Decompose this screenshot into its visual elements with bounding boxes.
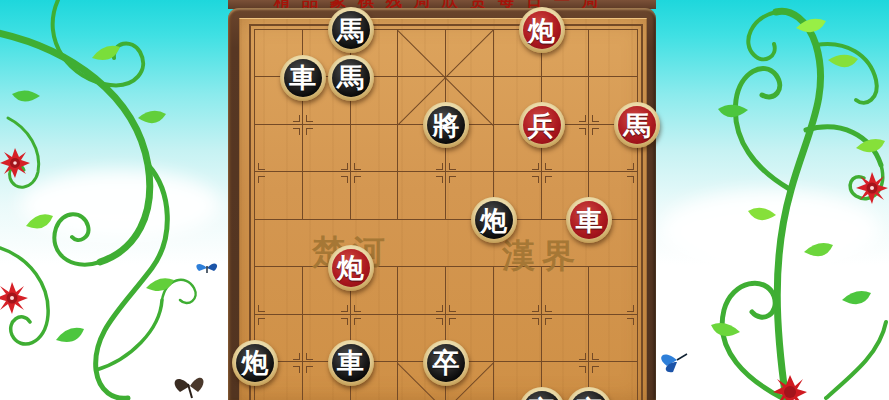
point-marker [306,115,313,122]
piece-red-red-cannon[interactable]: 炮 [519,7,565,53]
piece-glyph: 馬 [332,59,370,97]
piece-black-black-cannon[interactable]: 炮 [471,197,517,243]
point-marker [545,163,552,170]
point-marker [258,318,265,325]
piece-black-black-horse[interactable]: 馬 [328,55,374,101]
point-marker [532,163,539,170]
piece-black-black-cannon[interactable]: 炮 [232,340,278,386]
vine-ornament-right [656,0,889,400]
red-flower [0,148,30,178]
point-marker [449,305,456,312]
piece-glyph: 炮 [236,344,274,382]
point-marker [532,176,539,183]
point-marker [579,353,586,360]
point-marker [293,353,300,360]
piece-glyph: 卒 [570,391,608,400]
butterfly-blue-icon [196,263,217,273]
piece-black-black-general[interactable]: 將 [423,102,469,148]
point-marker [306,128,313,135]
point-marker [627,305,634,312]
piece-red-red-horse[interactable]: 馬 [614,102,660,148]
point-marker [341,176,348,183]
point-marker [354,176,361,183]
point-marker [293,128,300,135]
point-marker [354,163,361,170]
point-marker [436,318,443,325]
point-marker [579,366,586,373]
point-marker [293,115,300,122]
point-marker [627,163,634,170]
piece-black-black-chariot[interactable]: 車 [328,340,374,386]
river-label-right: 漢界 [502,234,582,279]
piece-red-red-soldier[interactable]: 兵 [519,102,565,148]
point-marker [545,305,552,312]
point-marker [436,305,443,312]
point-marker [341,318,348,325]
piece-glyph: 炮 [475,201,513,239]
point-marker [306,366,313,373]
point-marker [354,305,361,312]
point-marker [306,353,313,360]
piece-glyph: 馬 [618,106,656,144]
game-screen: 精品象棋残局欣赏每日一局 楚河 漢界 馬炮車馬將兵馬炮車炮炮車卒卒卒 [0,0,889,400]
board-cell [589,30,637,77]
point-marker [436,176,443,183]
point-marker [341,163,348,170]
point-marker [258,176,265,183]
piece-glyph: 車 [284,59,322,97]
point-marker [449,176,456,183]
point-marker [449,318,456,325]
piece-glyph: 馬 [332,11,370,49]
point-marker [592,115,599,122]
piece-glyph: 卒 [523,391,561,400]
point-marker [579,128,586,135]
piece-glyph: 車 [332,344,370,382]
butterfly-dark-icon [175,378,204,398]
point-marker [354,318,361,325]
point-marker [293,366,300,373]
point-marker [532,305,539,312]
piece-black-black-horse[interactable]: 馬 [328,7,374,53]
red-flower [0,282,28,314]
point-marker [532,318,539,325]
piece-glyph: 炮 [523,11,561,49]
point-marker [436,163,443,170]
piece-red-red-chariot[interactable]: 車 [566,197,612,243]
butterfly-blue-icon [661,354,687,372]
red-flower [856,172,888,204]
point-marker [592,128,599,135]
point-marker [341,305,348,312]
board-cell [255,220,303,267]
piece-black-black-chariot[interactable]: 車 [280,55,326,101]
point-marker [627,318,634,325]
piece-red-red-cannon[interactable]: 炮 [328,245,374,291]
piece-glyph: 車 [570,201,608,239]
piece-black-black-soldier[interactable]: 卒 [423,340,469,386]
point-marker [545,176,552,183]
board-cell [398,220,446,267]
point-marker [449,163,456,170]
piece-glyph: 卒 [427,344,465,382]
point-marker [258,163,265,170]
point-marker [592,353,599,360]
point-marker [579,115,586,122]
point-marker [258,305,265,312]
point-marker [592,366,599,373]
piece-glyph: 炮 [332,249,370,287]
point-marker [627,176,634,183]
vine-ornament-left [0,0,230,400]
piece-glyph: 兵 [523,106,561,144]
piece-glyph: 將 [427,106,465,144]
point-marker [545,318,552,325]
